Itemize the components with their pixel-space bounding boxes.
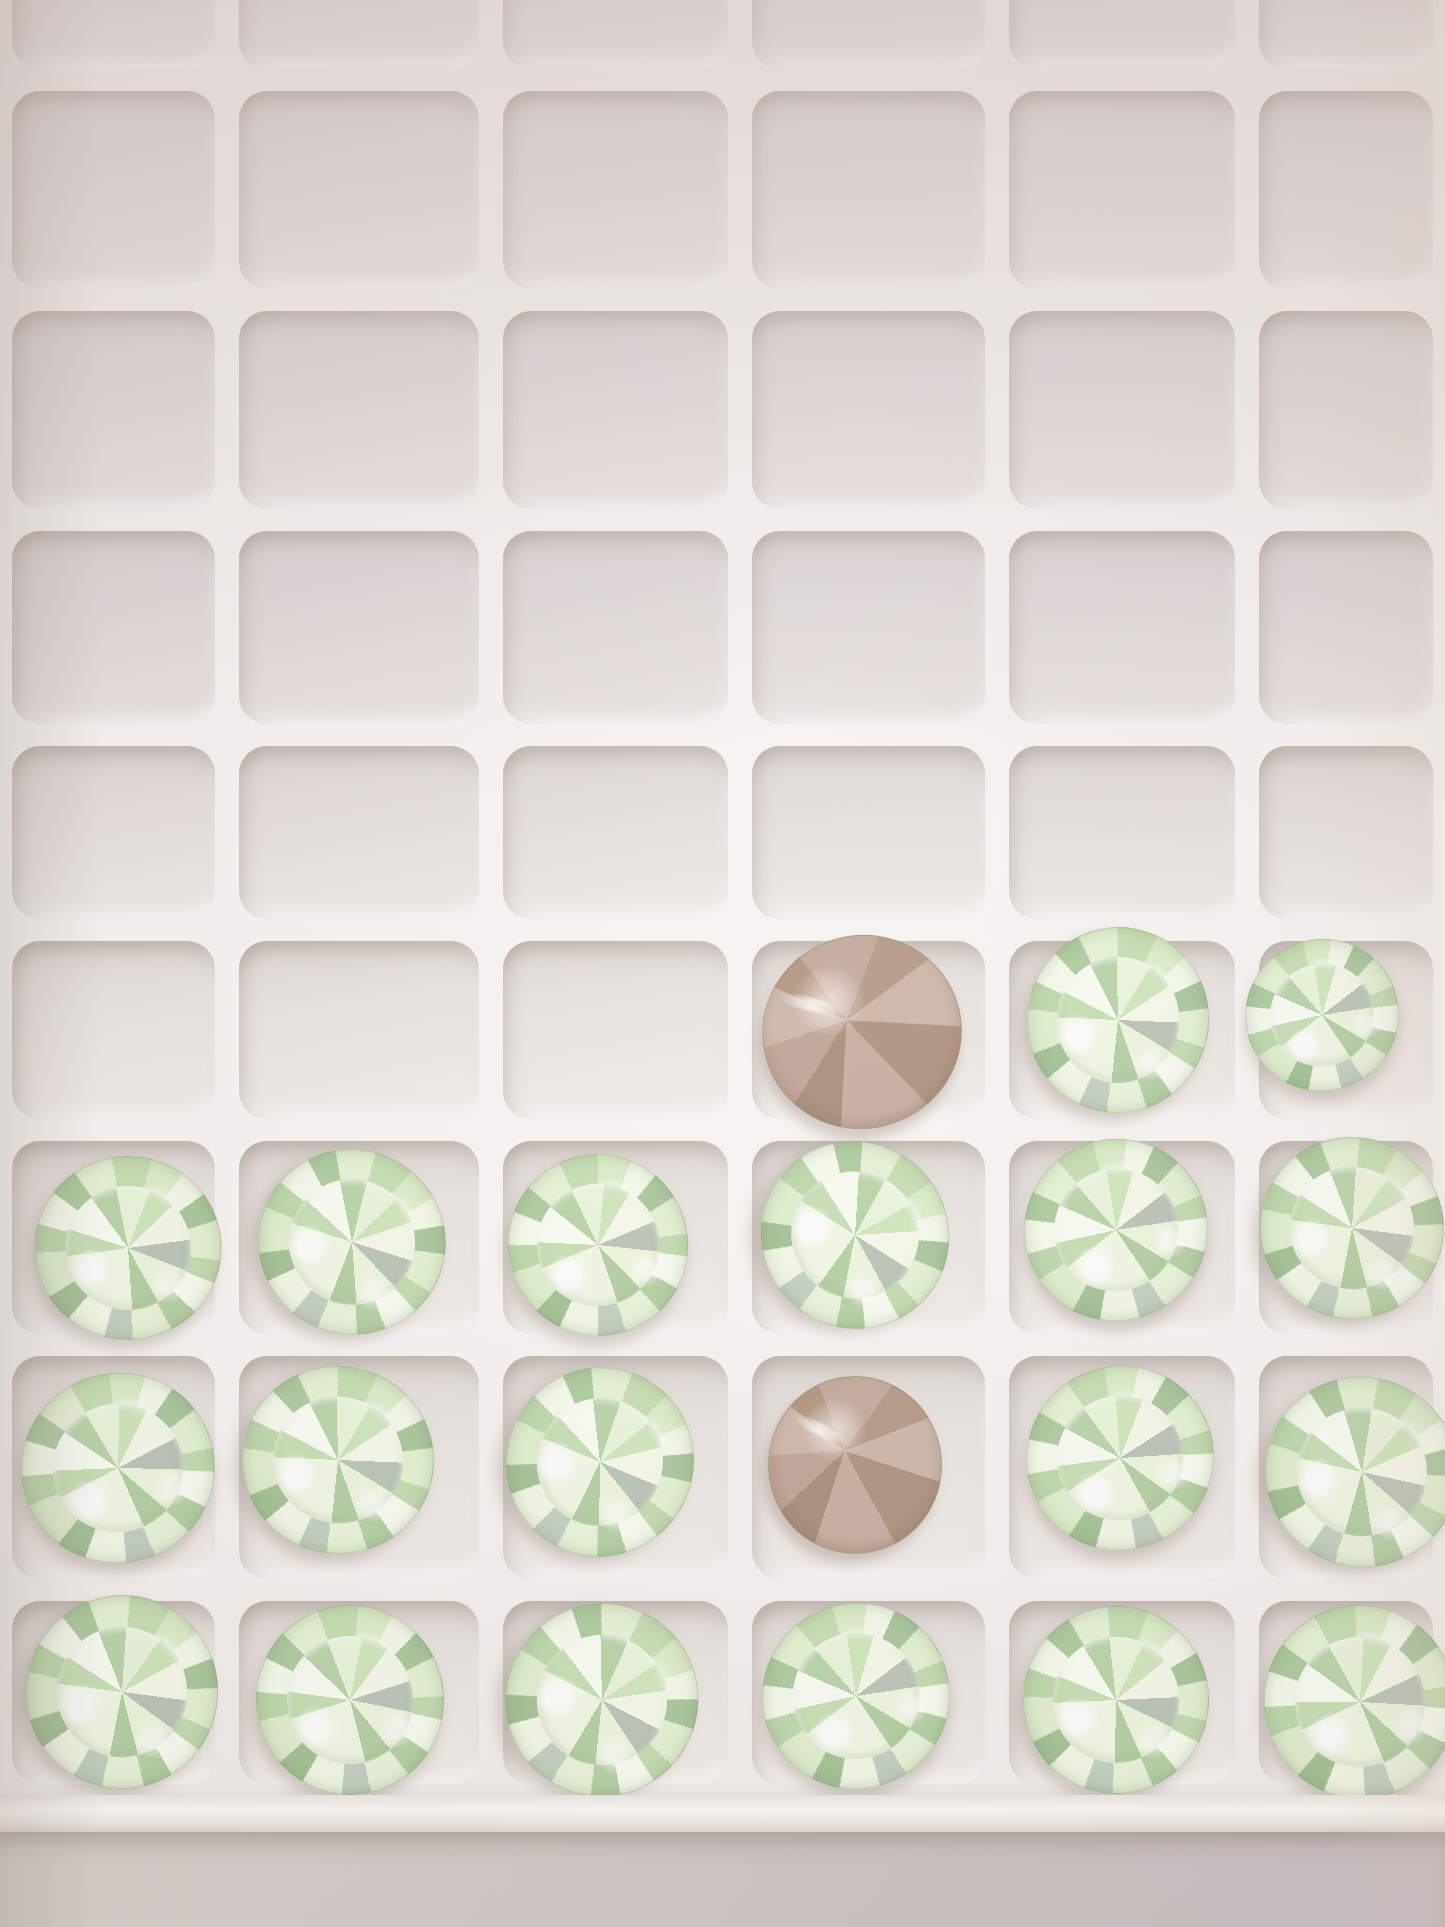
green-chaton-face-up-r7c5[interactable] [1238,1350,1445,1595]
green-chaton-face-up-r6c2[interactable] [488,1134,709,1356]
bronze-chaton-face-down-r5c3[interactable] [740,912,983,1151]
green-chaton-face-up-r8c3[interactable] [728,1568,984,1823]
gem-tray-photo [0,0,1445,1927]
green-chaton-face-up-r6c5[interactable] [1240,1116,1445,1339]
table-surface [0,1832,1445,1927]
gem-layer [0,0,1445,1795]
green-chaton-face-up-r6c3[interactable] [722,1103,987,1368]
green-chaton-face-up-r5c4[interactable] [1012,913,1224,1128]
green-chaton-face-up-r8c5[interactable] [1239,1580,1445,1824]
green-chaton-face-up-r5c5[interactable] [1217,911,1426,1120]
green-chaton-face-up-r6c0[interactable] [35,1156,222,1340]
green-chaton-face-up-r7c4[interactable] [996,1335,1244,1581]
green-chaton-face-up-r7c0[interactable] [0,1346,242,1591]
green-chaton-face-up-r6c4[interactable] [991,1105,1241,1355]
green-chaton-face-up-r6c1[interactable] [228,1118,477,1365]
tray-front-rim [0,1795,1445,1832]
bronze-chaton-face-down-r7c3[interactable] [768,1376,942,1554]
green-chaton-face-up-r8c4[interactable] [1015,1598,1217,1801]
green-chaton-face-up-r7c2[interactable] [472,1333,729,1591]
green-chaton-face-up-r7c1[interactable] [227,1351,449,1569]
green-chaton-face-up-r8c0[interactable] [4,1573,240,1810]
green-chaton-face-up-r8c1[interactable] [241,1590,459,1810]
